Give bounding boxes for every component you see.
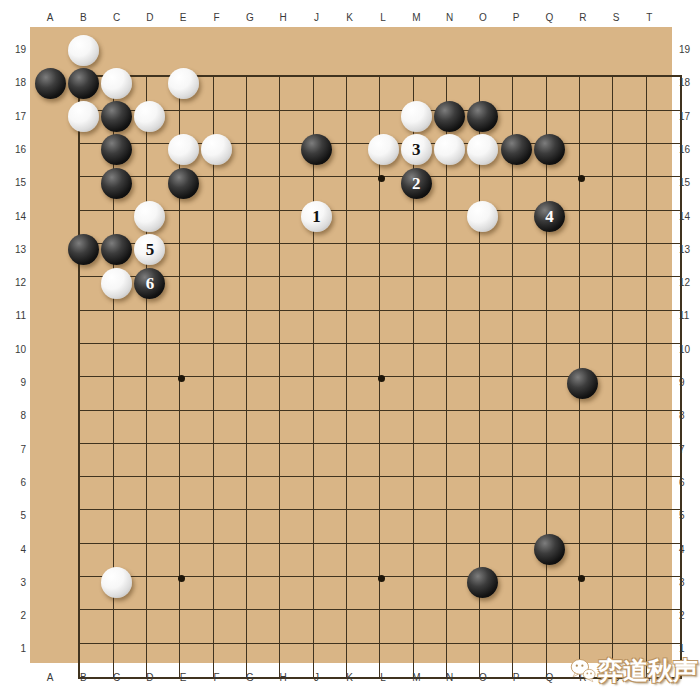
stone-B13 [68,234,99,265]
row-label-left-13: 13 [4,243,26,257]
stone-N17 [434,101,465,132]
column-label-bottom-A: A [39,671,61,685]
star-point-K4 [378,575,385,582]
move-1-stone-J14: 1 [301,201,332,232]
row-label-right-3: 3 [679,576,700,590]
row-label-right-11: 11 [679,309,700,323]
stone-C15 [101,168,132,199]
grid-line-horizontal [80,643,680,644]
star-point-Q16 [578,175,585,182]
row-label-left-19: 19 [4,43,26,57]
row-label-right-4: 4 [679,543,700,557]
stone-R9 [567,368,598,399]
move-6-stone-D12: 6 [134,268,165,299]
move-number-label: 5 [146,241,155,258]
column-label-top-P: P [505,11,527,25]
column-label-top-B: B [72,11,94,25]
column-label-bottom-J: J [305,671,327,685]
row-label-right-5: 5 [679,509,700,523]
row-label-right-8: 8 [679,409,700,423]
stone-L16 [368,134,399,165]
grid-line-horizontal [80,476,680,477]
column-label-bottom-K: K [339,671,361,685]
stone-B18 [68,68,99,99]
row-label-left-8: 8 [4,409,26,423]
go-diagram: AABBCCDDEEFFGGHHJJKKLLMMNNOOPPQQRRSSTT19… [0,0,700,700]
stone-C18 [101,68,132,99]
column-label-bottom-D: D [139,671,161,685]
column-label-bottom-F: F [206,671,228,685]
star-point-D4 [178,575,185,582]
column-label-bottom-N: N [439,671,461,685]
row-label-right-6: 6 [679,476,700,490]
column-label-bottom-G: G [239,671,261,685]
column-label-bottom-M: M [405,671,427,685]
column-label-top-D: D [139,11,161,25]
column-label-bottom-O: O [472,671,494,685]
grid-line-horizontal [80,443,680,444]
stone-B17 [68,101,99,132]
stone-E15 [168,168,199,199]
column-label-top-Q: Q [539,11,561,25]
grid-line-vertical [612,77,613,677]
star-point-K16 [378,175,385,182]
row-label-right-7: 7 [679,443,700,457]
column-label-top-N: N [439,11,461,25]
stone-A18 [35,68,66,99]
row-label-right-12: 12 [679,276,700,290]
row-label-right-13: 13 [679,243,700,257]
grid-line-vertical [546,77,547,677]
row-label-left-3: 3 [4,576,26,590]
row-label-left-16: 16 [4,143,26,157]
stone-Q4 [534,534,565,565]
row-label-right-15: 15 [679,176,700,190]
row-label-right-18: 18 [679,76,700,90]
watermark: 弈道秋声 [570,647,698,693]
row-label-left-4: 4 [4,543,26,557]
move-number-label: 6 [146,275,155,292]
star-point-D10 [178,375,185,382]
column-label-bottom-Q: Q [539,671,561,685]
stone-M17 [401,101,432,132]
column-label-bottom-B: B [72,671,94,685]
move-number-label: 2 [412,175,421,192]
stone-C12 [101,268,132,299]
column-label-top-H: H [272,11,294,25]
row-label-left-7: 7 [4,443,26,457]
row-label-left-6: 6 [4,476,26,490]
row-label-left-5: 5 [4,509,26,523]
column-label-bottom-L: L [372,671,394,685]
column-label-bottom-H: H [272,671,294,685]
column-label-top-C: C [106,11,128,25]
column-label-top-F: F [206,11,228,25]
stone-E18 [168,68,199,99]
move-3-stone-M16: 3 [401,134,432,165]
row-label-left-11: 11 [4,309,26,323]
column-label-top-L: L [372,11,394,25]
grid-line-horizontal [80,410,680,411]
row-label-left-18: 18 [4,76,26,90]
column-label-top-S: S [605,11,627,25]
grid-line-vertical [512,77,513,677]
row-label-left-14: 14 [4,210,26,224]
row-label-right-10: 10 [679,343,700,357]
column-label-top-M: M [405,11,427,25]
column-label-top-T: T [638,11,660,25]
row-label-left-2: 2 [4,609,26,623]
column-label-top-R: R [572,11,594,25]
star-point-Q4 [578,575,585,582]
move-number-label: 1 [312,208,321,225]
row-label-right-14: 14 [679,210,700,224]
column-label-top-O: O [472,11,494,25]
column-label-top-K: K [339,11,361,25]
column-label-top-A: A [39,11,61,25]
stone-P16 [501,134,532,165]
row-label-right-16: 16 [679,143,700,157]
grid-line-vertical [446,77,447,677]
move-4-stone-Q14: 4 [534,201,565,232]
column-label-top-E: E [172,11,194,25]
row-label-left-10: 10 [4,343,26,357]
grid-line-horizontal [80,609,680,610]
stone-B19 [68,35,99,66]
column-label-top-G: G [239,11,261,25]
column-label-bottom-C: C [106,671,128,685]
star-point-K10 [378,375,385,382]
grid-line-vertical [646,77,647,677]
stone-C17 [101,101,132,132]
move-2-stone-M15: 2 [401,168,432,199]
grid-line-horizontal [80,509,680,510]
watermark-text: 弈道秋声 [598,654,698,687]
row-label-left-17: 17 [4,110,26,124]
grid-line-vertical [413,77,414,677]
wechat-icon [570,650,596,690]
row-label-right-19: 19 [679,43,700,57]
row-label-left-9: 9 [4,376,26,390]
row-label-right-17: 17 [679,110,700,124]
row-label-left-1: 1 [4,642,26,656]
row-label-left-12: 12 [4,276,26,290]
grid-line-horizontal [80,543,680,544]
move-number-label: 3 [412,141,421,158]
row-label-right-2: 2 [679,609,700,623]
row-label-left-15: 15 [4,176,26,190]
stone-E16 [168,134,199,165]
move-number-label: 4 [545,208,554,225]
column-label-bottom-P: P [505,671,527,685]
column-label-bottom-E: E [172,671,194,685]
column-label-top-J: J [305,11,327,25]
row-label-right-9: 9 [679,376,700,390]
